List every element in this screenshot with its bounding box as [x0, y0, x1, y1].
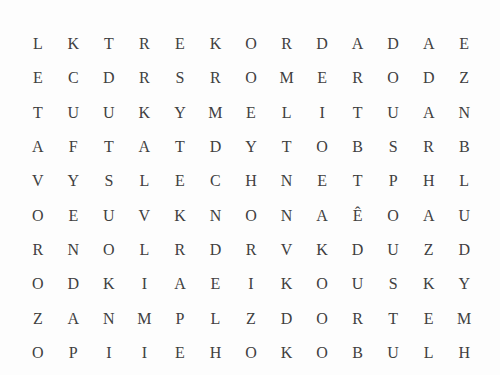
grid-cell[interactable]: P — [56, 336, 92, 370]
grid-cell[interactable]: Ê — [340, 198, 376, 232]
grid-cell[interactable]: D — [91, 61, 127, 95]
grid-cell[interactable]: U — [340, 267, 376, 301]
grid-cell[interactable]: R — [340, 301, 376, 335]
grid-cell[interactable]: O — [20, 267, 56, 301]
grid-cell[interactable]: H — [446, 336, 482, 370]
grid-cell[interactable]: O — [375, 198, 411, 232]
grid-cell[interactable]: K — [91, 267, 127, 301]
grid-cell[interactable]: T — [91, 130, 127, 164]
grid-cell[interactable]: N — [198, 198, 234, 232]
grid-cell[interactable]: N — [91, 301, 127, 335]
grid-cell[interactable]: R — [198, 61, 234, 95]
grid-cell[interactable]: B — [446, 130, 482, 164]
grid-cell[interactable]: R — [233, 233, 269, 267]
grid-cell[interactable]: U — [375, 96, 411, 130]
grid-cell[interactable]: R — [20, 233, 56, 267]
grid-cell[interactable]: A — [340, 27, 376, 61]
grid-cell[interactable]: T — [162, 130, 198, 164]
grid-cell[interactable]: O — [233, 198, 269, 232]
grid-cell[interactable]: A — [411, 27, 447, 61]
grid-cell[interactable]: E — [56, 198, 92, 232]
grid-cell[interactable]: L — [269, 96, 305, 130]
grid-cell[interactable]: C — [56, 61, 92, 95]
grid-cell[interactable]: S — [375, 267, 411, 301]
grid-cell[interactable]: A — [127, 130, 163, 164]
grid-cell[interactable]: A — [162, 267, 198, 301]
grid-cell[interactable]: O — [233, 27, 269, 61]
grid-cell[interactable]: S — [375, 130, 411, 164]
grid-cell[interactable]: E — [162, 336, 198, 370]
grid-cell[interactable]: R — [340, 61, 376, 95]
grid-cell[interactable]: I — [127, 267, 163, 301]
grid-cell[interactable]: N — [446, 96, 482, 130]
grid-cell[interactable]: E — [198, 267, 234, 301]
grid-cell[interactable]: K — [269, 267, 305, 301]
word-search-grid: LKTREKORDADAEECDRSROMERODZTUUKYMELITUANA… — [20, 27, 482, 370]
grid-cell[interactable]: K — [269, 336, 305, 370]
grid-cell[interactable]: L — [411, 336, 447, 370]
grid-cell[interactable]: T — [269, 130, 305, 164]
grid-cell[interactable]: V — [20, 164, 56, 198]
grid-cell[interactable]: H — [233, 164, 269, 198]
grid-cell[interactable]: O — [91, 233, 127, 267]
grid-cell[interactable]: E — [162, 164, 198, 198]
grid-cell[interactable]: R — [411, 130, 447, 164]
grid-cell[interactable]: U — [446, 198, 482, 232]
grid-cell[interactable]: D — [446, 233, 482, 267]
grid-cell[interactable]: E — [304, 61, 340, 95]
grid-cell[interactable]: D — [411, 61, 447, 95]
grid-cell[interactable]: H — [411, 164, 447, 198]
grid-cell[interactable]: Z — [411, 233, 447, 267]
grid-cell[interactable]: E — [304, 164, 340, 198]
grid-cell[interactable]: A — [20, 130, 56, 164]
grid-cell[interactable]: Z — [20, 301, 56, 335]
grid-cell[interactable]: R — [127, 27, 163, 61]
grid-cell[interactable]: U — [91, 96, 127, 130]
grid-cell[interactable]: A — [56, 301, 92, 335]
grid-cell[interactable]: O — [20, 336, 56, 370]
grid-cell[interactable]: R — [127, 61, 163, 95]
grid-cell[interactable]: T — [340, 96, 376, 130]
grid-cell[interactable]: O — [375, 61, 411, 95]
grid-cell[interactable]: R — [269, 27, 305, 61]
grid-cell[interactable]: E — [446, 27, 482, 61]
grid-cell[interactable]: N — [56, 233, 92, 267]
grid-cell[interactable]: Y — [233, 130, 269, 164]
grid-cell[interactable]: U — [375, 233, 411, 267]
grid-cell[interactable]: I — [304, 96, 340, 130]
grid-cell[interactable]: O — [233, 336, 269, 370]
grid-cell[interactable]: D — [375, 27, 411, 61]
grid-cell[interactable]: U — [91, 198, 127, 232]
grid-cell[interactable]: R — [162, 233, 198, 267]
grid-cell[interactable]: L — [20, 27, 56, 61]
grid-cell[interactable]: D — [269, 301, 305, 335]
grid-cell[interactable]: U — [375, 336, 411, 370]
grid-cell[interactable]: T — [340, 164, 376, 198]
grid-cell[interactable]: M — [198, 96, 234, 130]
grid-cell[interactable]: N — [269, 164, 305, 198]
grid-cell[interactable]: T — [91, 27, 127, 61]
grid-cell[interactable]: A — [304, 198, 340, 232]
grid-cell[interactable]: N — [269, 198, 305, 232]
grid-cell[interactable]: K — [56, 27, 92, 61]
grid-cell[interactable]: S — [162, 61, 198, 95]
grid-cell[interactable]: M — [446, 301, 482, 335]
grid-cell[interactable]: L — [127, 233, 163, 267]
grid-cell[interactable]: E — [233, 96, 269, 130]
grid-cell[interactable]: E — [411, 301, 447, 335]
grid-cell[interactable]: P — [162, 301, 198, 335]
grid-cell[interactable]: O — [20, 198, 56, 232]
grid-cell[interactable]: O — [304, 336, 340, 370]
grid-cell[interactable]: K — [411, 267, 447, 301]
grid-cell[interactable]: C — [198, 164, 234, 198]
grid-cell[interactable]: I — [91, 336, 127, 370]
grid-cell[interactable]: K — [198, 27, 234, 61]
grid-cell[interactable]: U — [56, 96, 92, 130]
grid-cell[interactable]: B — [340, 130, 376, 164]
grid-cell[interactable]: F — [56, 130, 92, 164]
grid-cell[interactable]: L — [127, 164, 163, 198]
grid-cell[interactable]: D — [198, 233, 234, 267]
grid-cell[interactable]: O — [304, 130, 340, 164]
grid-cell[interactable]: Z — [446, 61, 482, 95]
grid-cell[interactable]: O — [304, 267, 340, 301]
grid-cell[interactable]: T — [375, 301, 411, 335]
grid-cell[interactable]: Z — [233, 301, 269, 335]
grid-cell[interactable]: K — [127, 96, 163, 130]
grid-cell[interactable]: T — [20, 96, 56, 130]
grid-cell[interactable]: D — [304, 27, 340, 61]
grid-cell[interactable]: I — [233, 267, 269, 301]
grid-cell[interactable]: H — [198, 336, 234, 370]
grid-cell[interactable]: Y — [162, 96, 198, 130]
grid-cell[interactable]: E — [20, 61, 56, 95]
grid-cell[interactable]: O — [304, 301, 340, 335]
grid-cell[interactable]: A — [411, 198, 447, 232]
grid-cell[interactable]: K — [162, 198, 198, 232]
grid-cell[interactable]: E — [162, 27, 198, 61]
grid-cell[interactable]: S — [91, 164, 127, 198]
grid-cell[interactable]: L — [198, 301, 234, 335]
grid-cell[interactable]: P — [375, 164, 411, 198]
grid-cell[interactable]: D — [340, 233, 376, 267]
grid-cell[interactable]: L — [446, 164, 482, 198]
grid-cell[interactable]: D — [56, 267, 92, 301]
grid-cell[interactable]: M — [269, 61, 305, 95]
grid-cell[interactable]: V — [127, 198, 163, 232]
grid-cell[interactable]: K — [304, 233, 340, 267]
grid-cell[interactable]: Y — [446, 267, 482, 301]
grid-cell[interactable]: Y — [56, 164, 92, 198]
grid-cell[interactable]: M — [127, 301, 163, 335]
grid-cell[interactable]: V — [269, 233, 305, 267]
grid-cell[interactable]: I — [127, 336, 163, 370]
grid-cell[interactable]: D — [198, 130, 234, 164]
grid-cell[interactable]: B — [340, 336, 376, 370]
grid-cell[interactable]: A — [411, 96, 447, 130]
word-search-page: LKTREKORDADAEECDRSROMERODZTUUKYMELITUANA… — [0, 0, 500, 375]
grid-cell[interactable]: O — [233, 61, 269, 95]
